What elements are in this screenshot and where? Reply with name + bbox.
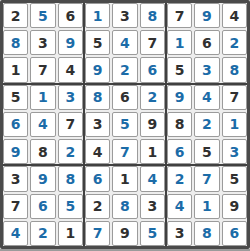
cell-r6c9[interactable]: 3: [222, 139, 247, 164]
cell-r1c4[interactable]: 1: [85, 3, 110, 28]
sudoku-app: 2568391741385479267941625385136479828623…: [0, 0, 250, 251]
cell-r9c7[interactable]: 3: [167, 221, 192, 246]
cell-r4c9[interactable]: 7: [222, 85, 247, 110]
cell-r1c1[interactable]: 2: [3, 3, 28, 28]
cell-r6c1[interactable]: 9: [3, 139, 28, 164]
cell-r4c6[interactable]: 2: [140, 85, 165, 110]
cell-r4c1[interactable]: 5: [3, 85, 28, 110]
cell-r9c1[interactable]: 4: [3, 221, 28, 246]
cell-r2c9[interactable]: 2: [222, 30, 247, 55]
box-3-2: 614283795: [85, 166, 165, 246]
cell-r6c4[interactable]: 4: [85, 139, 110, 164]
box-1-1: 256839174: [3, 3, 83, 83]
box-1-2: 138547926: [85, 3, 165, 83]
cell-r8c4[interactable]: 2: [85, 194, 110, 219]
cell-r9c5[interactable]: 9: [112, 221, 137, 246]
box-2-1: 513647982: [3, 85, 83, 165]
cell-r9c6[interactable]: 5: [140, 221, 165, 246]
cell-r6c2[interactable]: 8: [30, 139, 55, 164]
cell-r3c7[interactable]: 5: [167, 57, 192, 82]
cell-r4c3[interactable]: 3: [58, 85, 83, 110]
cell-r4c4[interactable]: 8: [85, 85, 110, 110]
cell-r6c8[interactable]: 5: [194, 139, 219, 164]
cell-r5c4[interactable]: 3: [85, 112, 110, 137]
cell-r7c4[interactable]: 6: [85, 166, 110, 191]
cell-r2c3[interactable]: 9: [58, 30, 83, 55]
cell-r5c9[interactable]: 1: [222, 112, 247, 137]
cell-r7c5[interactable]: 1: [112, 166, 137, 191]
cell-r8c6[interactable]: 3: [140, 194, 165, 219]
cell-r2c6[interactable]: 7: [140, 30, 165, 55]
box-2-3: 947821653: [167, 85, 247, 165]
cell-r7c7[interactable]: 2: [167, 166, 192, 191]
cell-r7c8[interactable]: 7: [194, 166, 219, 191]
cell-r3c5[interactable]: 2: [112, 57, 137, 82]
cell-r6c7[interactable]: 6: [167, 139, 192, 164]
cell-r5c2[interactable]: 4: [30, 112, 55, 137]
cell-r8c9[interactable]: 9: [222, 194, 247, 219]
cell-r7c9[interactable]: 5: [222, 166, 247, 191]
cell-r9c4[interactable]: 7: [85, 221, 110, 246]
cell-r2c8[interactable]: 6: [194, 30, 219, 55]
cell-r4c8[interactable]: 4: [194, 85, 219, 110]
cell-r7c3[interactable]: 8: [58, 166, 83, 191]
cell-r3c9[interactable]: 8: [222, 57, 247, 82]
cell-r1c3[interactable]: 6: [58, 3, 83, 28]
cell-r1c2[interactable]: 5: [30, 3, 55, 28]
cell-r8c1[interactable]: 7: [3, 194, 28, 219]
cell-r1c6[interactable]: 8: [140, 3, 165, 28]
cell-r5c3[interactable]: 7: [58, 112, 83, 137]
cell-r9c9[interactable]: 6: [222, 221, 247, 246]
cell-r8c8[interactable]: 1: [194, 194, 219, 219]
cell-r3c8[interactable]: 3: [194, 57, 219, 82]
cell-r7c1[interactable]: 3: [3, 166, 28, 191]
cell-r5c5[interactable]: 5: [112, 112, 137, 137]
cell-r1c9[interactable]: 4: [222, 3, 247, 28]
cell-r5c7[interactable]: 8: [167, 112, 192, 137]
cell-r2c2[interactable]: 3: [30, 30, 55, 55]
cell-r6c3[interactable]: 2: [58, 139, 83, 164]
cell-r1c5[interactable]: 3: [112, 3, 137, 28]
cell-r3c2[interactable]: 7: [30, 57, 55, 82]
cell-r5c6[interactable]: 9: [140, 112, 165, 137]
sudoku-board: 2568391741385479267941625385136479828623…: [0, 0, 250, 249]
cell-r9c8[interactable]: 8: [194, 221, 219, 246]
cell-r2c4[interactable]: 5: [85, 30, 110, 55]
cell-r2c5[interactable]: 4: [112, 30, 137, 55]
cell-r7c2[interactable]: 9: [30, 166, 55, 191]
cell-r6c6[interactable]: 1: [140, 139, 165, 164]
cell-r8c7[interactable]: 4: [167, 194, 192, 219]
cell-r4c7[interactable]: 9: [167, 85, 192, 110]
cell-r4c2[interactable]: 1: [30, 85, 55, 110]
cell-r6c5[interactable]: 7: [112, 139, 137, 164]
cell-r4c5[interactable]: 6: [112, 85, 137, 110]
cell-r5c1[interactable]: 6: [3, 112, 28, 137]
box-1-3: 794162538: [167, 3, 247, 83]
cell-r2c7[interactable]: 1: [167, 30, 192, 55]
box-2-2: 862359471: [85, 85, 165, 165]
cell-r7c6[interactable]: 4: [140, 166, 165, 191]
cell-r3c4[interactable]: 9: [85, 57, 110, 82]
box-3-1: 398765421: [3, 166, 83, 246]
cell-r2c1[interactable]: 8: [3, 30, 28, 55]
cell-r1c7[interactable]: 7: [167, 3, 192, 28]
cell-r8c5[interactable]: 8: [112, 194, 137, 219]
cell-r9c3[interactable]: 1: [58, 221, 83, 246]
cell-r1c8[interactable]: 9: [194, 3, 219, 28]
cell-r8c2[interactable]: 6: [30, 194, 55, 219]
cell-r8c3[interactable]: 5: [58, 194, 83, 219]
box-3-3: 275419386: [167, 166, 247, 246]
cell-r3c3[interactable]: 4: [58, 57, 83, 82]
cell-r5c8[interactable]: 2: [194, 112, 219, 137]
cell-r3c1[interactable]: 1: [3, 57, 28, 82]
cell-r9c2[interactable]: 2: [30, 221, 55, 246]
cell-r3c6[interactable]: 6: [140, 57, 165, 82]
